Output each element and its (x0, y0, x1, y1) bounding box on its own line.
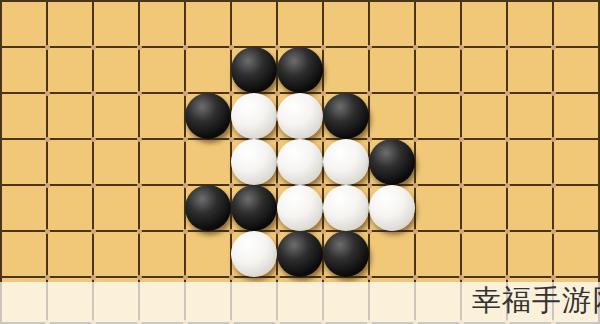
board-cell[interactable] (47, 93, 93, 139)
board-cell[interactable] (369, 47, 415, 93)
board-cell[interactable] (139, 47, 185, 93)
board-cell[interactable] (277, 1, 323, 47)
board-cell[interactable] (47, 1, 93, 47)
board-cell[interactable] (369, 139, 415, 185)
black-stone (369, 139, 415, 185)
black-stone (323, 231, 369, 277)
board-cell[interactable] (1, 1, 47, 47)
board-cell[interactable] (323, 47, 369, 93)
board-cell[interactable] (93, 231, 139, 277)
board-cell[interactable] (1, 231, 47, 277)
board-cell[interactable] (47, 185, 93, 231)
board-cell[interactable] (507, 231, 553, 277)
white-stone (231, 231, 277, 277)
board-cell[interactable] (277, 93, 323, 139)
board-cell[interactable] (185, 93, 231, 139)
board-cell[interactable] (507, 139, 553, 185)
board-cell[interactable] (185, 231, 231, 277)
board-cell[interactable] (231, 47, 277, 93)
board-cell[interactable] (277, 139, 323, 185)
board-cell[interactable] (231, 1, 277, 47)
board-cell[interactable] (277, 185, 323, 231)
black-stone (185, 93, 231, 139)
board-cell[interactable] (1, 93, 47, 139)
watermark-text: 幸福手游网 (472, 284, 600, 316)
board-cell[interactable] (415, 47, 461, 93)
board-cell[interactable] (415, 139, 461, 185)
white-stone (231, 139, 277, 185)
board-cell[interactable] (553, 1, 599, 47)
white-stone (323, 185, 369, 231)
board-cell[interactable] (323, 185, 369, 231)
black-stone (185, 185, 231, 231)
board-cell[interactable] (47, 47, 93, 93)
board-grid (0, 0, 600, 324)
board-cell[interactable] (93, 1, 139, 47)
white-stone (323, 139, 369, 185)
board-cell[interactable] (369, 185, 415, 231)
board-cell[interactable] (461, 231, 507, 277)
board-cell[interactable] (461, 185, 507, 231)
board-cell[interactable] (461, 139, 507, 185)
board-cell[interactable] (507, 93, 553, 139)
board-cell[interactable] (185, 139, 231, 185)
board-cell[interactable] (139, 231, 185, 277)
board-cell[interactable] (1, 139, 47, 185)
board-cell[interactable] (507, 47, 553, 93)
board-cell[interactable] (277, 231, 323, 277)
board-cell[interactable] (415, 185, 461, 231)
board-cell[interactable] (461, 93, 507, 139)
board-cell[interactable] (323, 93, 369, 139)
board-cell[interactable] (369, 1, 415, 47)
black-stone (231, 47, 277, 93)
board-cell[interactable] (369, 93, 415, 139)
board-cell[interactable] (93, 139, 139, 185)
board-cell[interactable] (277, 47, 323, 93)
board-cell[interactable] (323, 1, 369, 47)
board-cell[interactable] (93, 93, 139, 139)
board-cell[interactable] (139, 93, 185, 139)
board-cell[interactable] (1, 185, 47, 231)
board-cell[interactable] (323, 139, 369, 185)
board-cell[interactable] (139, 139, 185, 185)
board-cell[interactable] (231, 139, 277, 185)
board-cell[interactable] (185, 185, 231, 231)
board-cell[interactable] (47, 139, 93, 185)
board-cell[interactable] (93, 185, 139, 231)
black-stone (323, 93, 369, 139)
black-stone (231, 185, 277, 231)
board-cell[interactable] (139, 185, 185, 231)
board-cell[interactable] (185, 1, 231, 47)
board-cell[interactable] (461, 1, 507, 47)
white-stone (277, 139, 323, 185)
board-cell[interactable] (415, 1, 461, 47)
board-cell[interactable] (507, 1, 553, 47)
board-cell[interactable] (139, 1, 185, 47)
board-cell[interactable] (47, 231, 93, 277)
white-stone (277, 185, 323, 231)
black-stone (277, 47, 323, 93)
board-cell[interactable] (323, 231, 369, 277)
board-cell[interactable] (369, 231, 415, 277)
white-stone (369, 185, 415, 231)
board-cell[interactable] (553, 139, 599, 185)
board-cell[interactable] (231, 185, 277, 231)
board-cell[interactable] (553, 231, 599, 277)
board-cell[interactable] (231, 93, 277, 139)
board-cell[interactable] (507, 185, 553, 231)
board-cell[interactable] (415, 231, 461, 277)
gomoku-board: 幸福手游网 (0, 0, 600, 324)
board-cell[interactable] (1, 47, 47, 93)
board-cell[interactable] (553, 93, 599, 139)
board-cell[interactable] (553, 47, 599, 93)
board-cell[interactable] (185, 47, 231, 93)
board-cell[interactable] (415, 93, 461, 139)
board-cell[interactable] (461, 47, 507, 93)
board-cell[interactable] (553, 185, 599, 231)
white-stone (277, 93, 323, 139)
black-stone (277, 231, 323, 277)
board-cell[interactable] (93, 47, 139, 93)
board-cell[interactable] (231, 231, 277, 277)
white-stone (231, 93, 277, 139)
